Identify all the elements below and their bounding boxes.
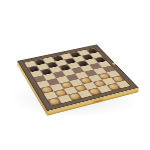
scene <box>0 0 150 150</box>
product-photo <box>0 0 150 150</box>
brass-hinge <box>111 63 116 65</box>
